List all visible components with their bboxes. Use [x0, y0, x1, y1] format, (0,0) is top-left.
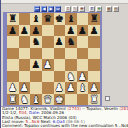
game-info-panel: Game 14077: Kramnik, Vladimir (2743) -- …	[1, 106, 128, 128]
square-g5[interactable]	[77, 48, 89, 60]
square-a4[interactable]	[7, 59, 19, 71]
info-text-segment: (2743)	[68, 107, 81, 111]
white-knight: ♞	[20, 94, 29, 105]
black-knight: ♞	[32, 36, 41, 47]
square-a2[interactable]: ♟	[7, 82, 19, 94]
square-f5[interactable]	[65, 48, 77, 60]
square-g4[interactable]	[77, 59, 89, 71]
square-f1[interactable]	[65, 94, 77, 106]
board-frame: ♜♝♛♚♝♜♟♟♟♟♟♟♞♟♞♟♟♞♟♟♟♟♟♝♟♜♞♝♛♚♜	[3, 12, 102, 106]
black-pawn: ♟	[8, 25, 17, 36]
white-pawn: ♟	[55, 82, 64, 93]
white-bishop: ♝	[32, 94, 41, 105]
white-rook: ♜	[8, 94, 17, 105]
white-king: ♚	[55, 94, 64, 105]
square-e6[interactable]: ♟	[54, 36, 66, 48]
tool-button-group-3: ▦▤	[106, 6, 119, 12]
square-h4[interactable]	[88, 59, 100, 71]
square-a3[interactable]	[7, 71, 19, 83]
square-f6[interactable]: ♞	[65, 36, 77, 48]
info-line-5: Comment: Topalov continues with the new …	[2, 124, 128, 128]
edit-position-icon: ✎	[73, 7, 76, 11]
square-h6[interactable]	[88, 36, 100, 48]
black-pawn: ♟	[55, 36, 64, 47]
square-g7[interactable]: ♟	[77, 25, 89, 37]
white-knight: ♞	[66, 71, 75, 82]
black-rook: ♜	[90, 13, 99, 24]
black-pawn: ♟	[90, 25, 99, 36]
black-king: ♚	[55, 13, 64, 24]
square-f8[interactable]: ♝	[65, 13, 77, 25]
square-e4[interactable]	[54, 59, 66, 71]
square-b8[interactable]	[19, 13, 31, 25]
square-e2[interactable]: ♟	[54, 82, 66, 94]
info-text-segment: Comment: Topalov continues with the new …	[2, 124, 128, 128]
prev-move-icon: ◀	[42, 7, 45, 11]
black-pawn: ♟	[32, 25, 41, 36]
white-pawn: ♟	[8, 82, 17, 93]
title-bar	[1, 0, 128, 4]
info-text-segment: (2813)	[119, 107, 128, 111]
analysis-icon: ❖	[97, 7, 101, 11]
square-a1[interactable]: ♜	[7, 94, 19, 106]
square-e7[interactable]	[54, 25, 66, 37]
square-d4[interactable]: ♟	[42, 59, 54, 71]
square-h1[interactable]: ♜	[88, 94, 100, 106]
black-pawn: ♟	[66, 25, 75, 36]
square-h8[interactable]: ♜	[88, 13, 100, 25]
square-b2[interactable]: ♟	[19, 82, 31, 94]
square-e8[interactable]: ♚	[54, 13, 66, 25]
last-move-icon: ⏭	[56, 7, 60, 11]
square-e5[interactable]	[54, 48, 66, 60]
square-c8[interactable]: ♝	[30, 13, 42, 25]
square-h3[interactable]	[88, 71, 100, 83]
black-knight: ♞	[66, 36, 75, 47]
white-pawn: ♟	[20, 82, 29, 93]
square-d3[interactable]	[42, 71, 54, 83]
info-text-segment: -- Topalov, Veselin	[81, 107, 120, 111]
flip-board-icon: ↕	[66, 7, 69, 11]
square-a5[interactable]	[7, 48, 19, 60]
square-c7[interactable]: ♟	[30, 25, 42, 37]
square-c6[interactable]: ♞	[30, 36, 42, 48]
white-pawn: ♟	[78, 71, 87, 82]
first-move-icon: ⏮	[35, 7, 39, 11]
black-bishop: ♝	[66, 13, 75, 24]
square-a7[interactable]: ♟	[7, 25, 19, 37]
square-f7[interactable]: ♟	[65, 25, 77, 37]
database-button[interactable]: ▦	[106, 6, 112, 12]
square-h7[interactable]: ♟	[88, 25, 100, 37]
openings-book-button[interactable]: ▤	[113, 6, 119, 12]
square-h2[interactable]: ♟	[88, 82, 100, 94]
square-a8[interactable]: ♜	[7, 13, 19, 25]
black-pawn: ♟	[78, 25, 87, 36]
square-b6[interactable]	[19, 36, 31, 48]
black-pawn: ♟	[32, 59, 41, 70]
square-d5[interactable]	[42, 48, 54, 60]
square-g8[interactable]	[77, 13, 89, 25]
square-c3[interactable]	[30, 71, 42, 83]
annotate-icon: ✚	[80, 7, 83, 11]
square-f4[interactable]	[65, 59, 77, 71]
white-rook: ♜	[90, 94, 99, 105]
square-f3[interactable]: ♞	[65, 71, 77, 83]
engine-icon: E	[91, 7, 94, 11]
square-a6[interactable]	[7, 36, 19, 48]
square-c1[interactable]: ♝	[30, 94, 42, 106]
openings-book-icon: ▤	[114, 7, 118, 11]
white-pawn: ♟	[43, 59, 52, 70]
black-bishop: ♝	[32, 13, 41, 24]
square-d7[interactable]	[42, 25, 54, 37]
square-e1[interactable]: ♚	[54, 94, 66, 106]
square-g2[interactable]: ♝	[77, 82, 89, 94]
square-b1[interactable]: ♞	[19, 94, 31, 106]
square-b3[interactable]	[19, 71, 31, 83]
white-pawn: ♟	[66, 82, 75, 93]
square-b7[interactable]: ♟	[19, 25, 31, 37]
square-d8[interactable]: ♛	[42, 13, 54, 25]
square-d2[interactable]	[42, 82, 54, 94]
square-e3[interactable]	[54, 71, 66, 83]
square-b4[interactable]	[19, 59, 31, 71]
black-pawn: ♟	[20, 25, 29, 36]
square-d6[interactable]	[42, 36, 54, 48]
square-h5[interactable]	[88, 48, 100, 60]
square-f2[interactable]: ♟	[65, 82, 77, 94]
black-rook: ♜	[8, 13, 17, 24]
square-g3[interactable]: ♟	[77, 71, 89, 83]
white-queen: ♛	[43, 94, 52, 105]
square-c5[interactable]	[30, 48, 42, 60]
square-c2[interactable]	[30, 82, 42, 94]
chess-board[interactable]: ♜♝♛♚♝♜♟♟♟♟♟♟♞♟♞♟♟♞♟♟♟♟♟♝♟♜♞♝♛♚♜	[7, 13, 100, 105]
square-d1[interactable]: ♛	[42, 94, 54, 106]
square-g1[interactable]	[77, 94, 89, 106]
white-pawn: ♟	[90, 82, 99, 93]
square-b5[interactable]	[19, 48, 31, 60]
square-g6[interactable]	[77, 36, 89, 48]
black-queen: ♛	[43, 13, 52, 24]
square-c4[interactable]: ♟	[30, 59, 42, 71]
white-bishop: ♝	[78, 82, 87, 93]
board-option-checkbox[interactable]	[105, 96, 110, 101]
database-icon: ▦	[107, 7, 111, 11]
next-move-icon: ▶	[49, 7, 52, 11]
